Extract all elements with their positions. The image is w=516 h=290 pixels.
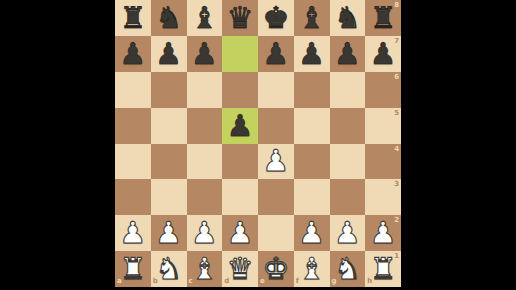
coord-rank-4: 4 [394, 146, 399, 153]
square-h5[interactable]: 5 [365, 108, 401, 144]
black-pawn[interactable]: ♟ [191, 39, 218, 69]
square-g3[interactable] [330, 179, 366, 215]
square-a1[interactable]: ♜a [115, 251, 151, 287]
square-h8[interactable]: ♜8 [365, 0, 401, 36]
white-knight[interactable]: ♞ [334, 254, 361, 284]
black-king[interactable]: ♚ [262, 3, 289, 33]
white-king[interactable]: ♚ [262, 254, 289, 284]
square-e1[interactable]: ♚e [258, 251, 294, 287]
square-f8[interactable]: ♝ [294, 0, 330, 36]
black-bishop[interactable]: ♝ [298, 3, 325, 33]
black-rook[interactable]: ♜ [119, 3, 146, 33]
square-f4[interactable] [294, 144, 330, 180]
coord-file-h: h [367, 278, 372, 285]
coord-rank-8: 8 [394, 2, 399, 9]
square-d5[interactable]: ♟ [222, 108, 258, 144]
square-h3[interactable]: 3 [365, 179, 401, 215]
square-g4[interactable] [330, 144, 366, 180]
square-f5[interactable] [294, 108, 330, 144]
square-g8[interactable]: ♞ [330, 0, 366, 36]
square-g6[interactable] [330, 72, 366, 108]
square-d4[interactable] [222, 144, 258, 180]
square-c5[interactable] [187, 108, 223, 144]
square-c6[interactable] [187, 72, 223, 108]
square-h7[interactable]: ♟7 [365, 36, 401, 72]
black-pawn[interactable]: ♟ [155, 39, 182, 69]
square-g1[interactable]: ♞g [330, 251, 366, 287]
square-f7[interactable]: ♟ [294, 36, 330, 72]
coord-file-b: b [153, 278, 158, 285]
square-a4[interactable] [115, 144, 151, 180]
square-e6[interactable] [258, 72, 294, 108]
square-d6[interactable] [222, 72, 258, 108]
square-b3[interactable] [151, 179, 187, 215]
black-bishop[interactable]: ♝ [191, 3, 218, 33]
square-e3[interactable] [258, 179, 294, 215]
square-e5[interactable] [258, 108, 294, 144]
black-rook[interactable]: ♜ [370, 3, 397, 33]
square-d3[interactable] [222, 179, 258, 215]
coord-rank-5: 5 [394, 110, 399, 117]
black-pawn[interactable]: ♟ [334, 39, 361, 69]
black-pawn[interactable]: ♟ [262, 39, 289, 69]
black-knight[interactable]: ♞ [334, 3, 361, 33]
square-a3[interactable] [115, 179, 151, 215]
white-pawn[interactable]: ♟ [298, 218, 325, 248]
square-f3[interactable] [294, 179, 330, 215]
coord-rank-2: 2 [394, 217, 399, 224]
white-bishop[interactable]: ♝ [298, 254, 325, 284]
square-c3[interactable] [187, 179, 223, 215]
square-a6[interactable] [115, 72, 151, 108]
black-pawn[interactable]: ♟ [298, 39, 325, 69]
square-f2[interactable]: ♟ [294, 215, 330, 251]
white-rook[interactable]: ♜ [370, 254, 397, 284]
white-pawn[interactable]: ♟ [191, 218, 218, 248]
coord-rank-6: 6 [394, 74, 399, 81]
coord-file-e: e [260, 278, 265, 285]
square-b1[interactable]: ♞b [151, 251, 187, 287]
square-c2[interactable]: ♟ [187, 215, 223, 251]
square-d1[interactable]: ♛d [222, 251, 258, 287]
square-e7[interactable]: ♟ [258, 36, 294, 72]
white-pawn[interactable]: ♟ [334, 218, 361, 248]
square-f1[interactable]: ♝f [294, 251, 330, 287]
square-d7[interactable] [222, 36, 258, 72]
black-knight[interactable]: ♞ [155, 3, 182, 33]
square-b8[interactable]: ♞ [151, 0, 187, 36]
coord-rank-7: 7 [394, 38, 399, 45]
square-g5[interactable] [330, 108, 366, 144]
square-d8[interactable]: ♛ [222, 0, 258, 36]
square-b4[interactable] [151, 144, 187, 180]
square-g2[interactable]: ♟ [330, 215, 366, 251]
chess-board[interactable]: ♜♞♝♛♚♝♞♜8♟♟♟♟♟♟♟76♟5♟43♟♟♟♟♟♟♟2♜a♞b♝c♛d♚… [115, 0, 401, 287]
coord-file-g: g [332, 278, 337, 285]
square-c4[interactable] [187, 144, 223, 180]
coord-rank-3: 3 [394, 181, 399, 188]
square-h4[interactable]: 4 [365, 144, 401, 180]
square-e4[interactable]: ♟ [258, 144, 294, 180]
white-queen[interactable]: ♛ [227, 254, 254, 284]
square-d2[interactable]: ♟ [222, 215, 258, 251]
coord-file-c: c [189, 278, 193, 285]
white-bishop[interactable]: ♝ [191, 254, 218, 284]
square-h1[interactable]: ♜h1 [365, 251, 401, 287]
black-pawn[interactable]: ♟ [370, 39, 397, 69]
app-window: ♜♞♝♛♚♝♞♜8♟♟♟♟♟♟♟76♟5♟43♟♟♟♟♟♟♟2♜a♞b♝c♛d♚… [0, 0, 516, 290]
square-b2[interactable]: ♟ [151, 215, 187, 251]
square-b5[interactable] [151, 108, 187, 144]
square-c7[interactable]: ♟ [187, 36, 223, 72]
square-b7[interactable]: ♟ [151, 36, 187, 72]
white-pawn[interactable]: ♟ [227, 218, 254, 248]
square-c8[interactable]: ♝ [187, 0, 223, 36]
right-black-bar [401, 0, 516, 290]
black-pawn[interactable]: ♟ [119, 39, 146, 69]
coord-rank-1: 1 [394, 253, 399, 260]
white-pawn[interactable]: ♟ [370, 218, 397, 248]
square-a5[interactable] [115, 108, 151, 144]
square-a7[interactable]: ♟ [115, 36, 151, 72]
white-rook[interactable]: ♜ [119, 254, 146, 284]
left-black-bar [0, 0, 115, 290]
square-g7[interactable]: ♟ [330, 36, 366, 72]
black-pawn[interactable]: ♟ [227, 111, 254, 141]
square-e8[interactable]: ♚ [258, 0, 294, 36]
square-h2[interactable]: ♟2 [365, 215, 401, 251]
square-b6[interactable] [151, 72, 187, 108]
square-a2[interactable]: ♟ [115, 215, 151, 251]
coord-file-a: a [117, 278, 122, 285]
white-knight[interactable]: ♞ [155, 254, 182, 284]
square-h6[interactable]: 6 [365, 72, 401, 108]
square-c1[interactable]: ♝c [187, 251, 223, 287]
white-pawn[interactable]: ♟ [262, 146, 289, 176]
square-e2[interactable] [258, 215, 294, 251]
black-queen[interactable]: ♛ [227, 3, 254, 33]
white-pawn[interactable]: ♟ [155, 218, 182, 248]
white-pawn[interactable]: ♟ [119, 218, 146, 248]
square-f6[interactable] [294, 72, 330, 108]
coord-file-d: d [224, 278, 229, 285]
square-a8[interactable]: ♜ [115, 0, 151, 36]
coord-file-f: f [296, 278, 299, 285]
